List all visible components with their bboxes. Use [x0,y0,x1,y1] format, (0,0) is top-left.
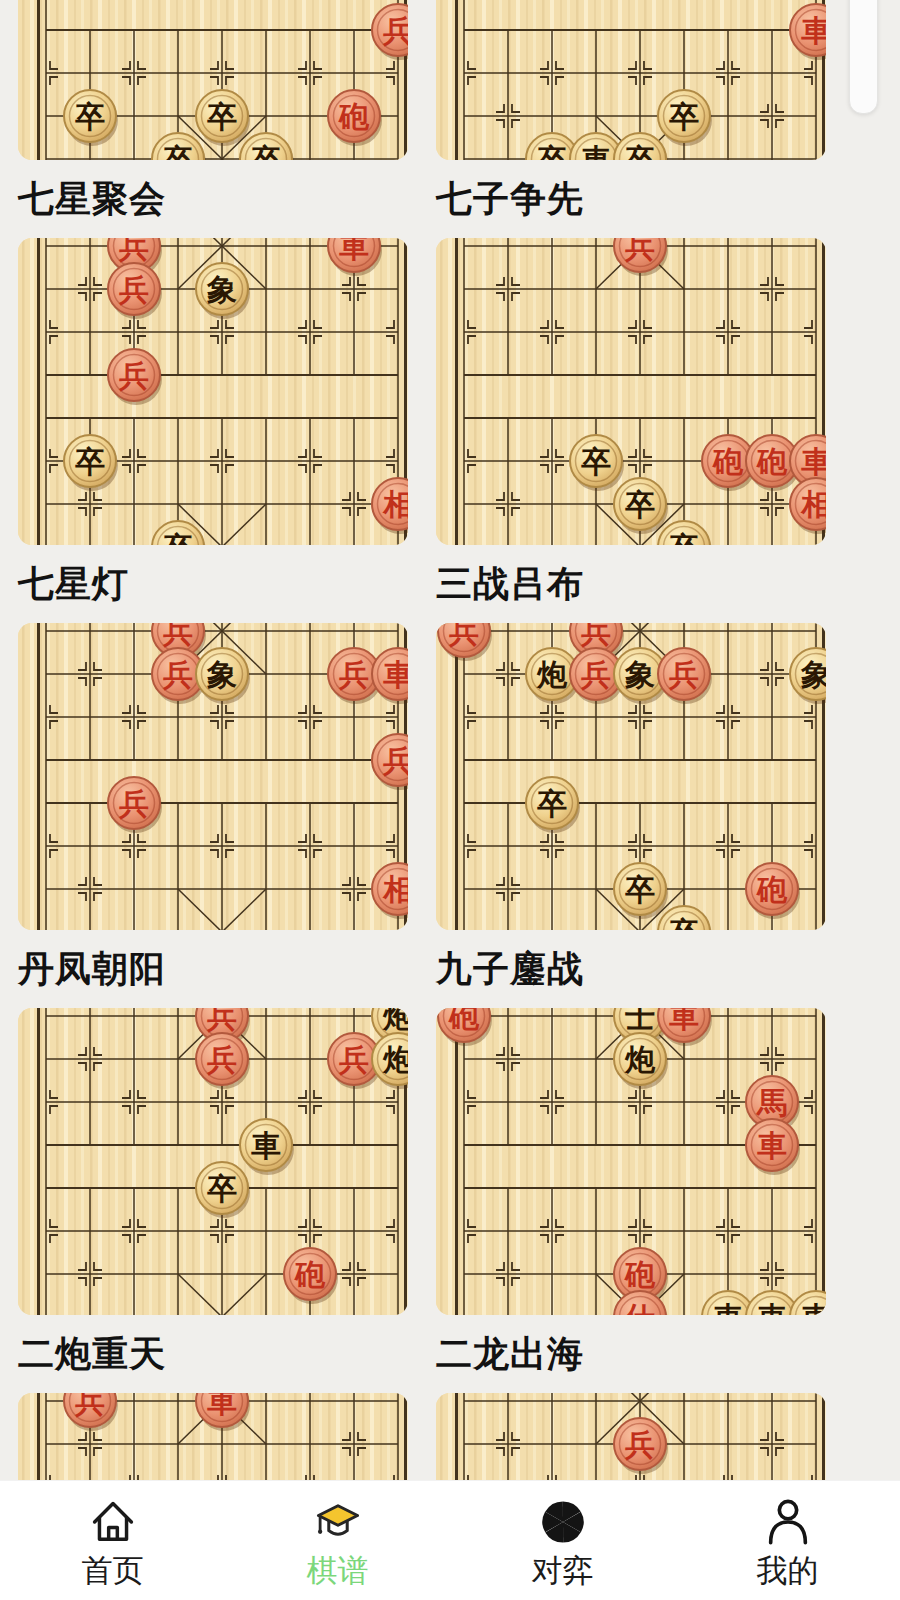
svg-text:卒: 卒 [625,873,655,906]
svg-text:卒: 卒 [581,445,611,478]
svg-text:卒: 卒 [207,1172,237,1205]
svg-text:車: 車 [801,14,826,47]
svg-text:象: 象 [624,658,655,691]
tab-duiyi[interactable]: 对弈 [532,1496,594,1586]
svg-text:相: 相 [382,873,408,906]
puzzle-list-page: 兵卒卒砲卒卒 車卒卒車卒 七星聚会 七子争先 [0,0,900,1600]
svg-text:兵: 兵 [382,14,408,47]
svg-text:砲: 砲 [624,1258,656,1291]
svg-text:兵: 兵 [338,1043,369,1076]
svg-text:兵: 兵 [580,623,611,648]
board-thumbnail-partial-right[interactable]: 兵 [436,1393,826,1481]
svg-text:卒: 卒 [163,531,193,546]
svg-text:兵: 兵 [580,658,611,691]
svg-text:卒: 卒 [537,787,567,820]
tab-mine[interactable]: 我的 [757,1496,819,1586]
board-title: 三战吕布 [436,560,826,609]
svg-text:卒: 卒 [625,488,655,521]
svg-text:兵: 兵 [448,623,479,648]
board-row-5: 兵車 兵 [0,1393,900,1481]
svg-text:馬: 馬 [756,1086,787,1119]
tab-mine-label: 我的 [757,1555,819,1586]
svg-text:砲: 砲 [338,100,370,133]
board-title: 丹凤朝阳 [18,945,408,994]
svg-text:卒: 卒 [207,100,237,133]
svg-text:車: 車 [207,1393,237,1418]
svg-text:砲: 砲 [712,445,744,478]
board-thumbnail-qixing-deng[interactable]: 兵車兵象兵卒相卒 [18,238,408,545]
svg-text:兵: 兵 [338,658,369,691]
svg-text:車: 車 [801,445,826,478]
svg-text:炮: 炮 [382,1043,408,1076]
title-row-3: 丹凤朝阳 九子鏖战 [0,930,900,1008]
svg-text:車: 車 [757,1301,787,1316]
svg-text:卒: 卒 [625,143,655,161]
svg-text:卒: 卒 [75,100,105,133]
svg-text:車: 車 [581,143,611,161]
svg-text:相: 相 [800,488,826,521]
svg-text:兵: 兵 [206,1043,237,1076]
tab-home[interactable]: 首页 [82,1496,144,1586]
svg-text:象: 象 [206,273,237,306]
board-row-1: 兵卒卒砲卒卒 車卒卒車卒 [0,0,900,160]
board-title: 七星聚会 [18,175,408,224]
tab-qipu[interactable]: 棋谱 [307,1496,369,1586]
svg-text:車: 車 [801,1301,826,1316]
board-thumbnail-qizi-zhengxian[interactable]: 車卒卒車卒 [436,0,826,160]
svg-text:兵: 兵 [118,359,149,392]
svg-text:砲: 砲 [756,873,788,906]
svg-text:兵: 兵 [74,1393,105,1418]
svg-text:車: 車 [339,238,369,263]
svg-text:卒: 卒 [75,445,105,478]
svg-text:卒: 卒 [669,916,699,931]
svg-text:卒: 卒 [669,100,699,133]
svg-text:兵: 兵 [162,658,193,691]
scrollbar-thumb[interactable] [849,0,878,114]
board-title: 二龙出海 [436,1330,826,1379]
tab-qipu-label: 棋谱 [307,1555,369,1586]
board-thumbnail-danfeng-chaoyang[interactable]: 兵兵象兵車兵兵相 [18,623,408,930]
board-thumbnail-erpao-chongtian[interactable]: 兵炮兵兵炮車卒砲 [18,1008,408,1315]
svg-text:兵: 兵 [118,273,149,306]
svg-text:砲: 砲 [448,1008,480,1033]
svg-text:卒: 卒 [251,143,281,161]
board-row-3: 兵兵象兵車兵兵相 兵兵炮兵象兵象卒卒砲卒 [0,623,900,930]
svg-text:卒: 卒 [163,143,193,161]
svg-text:兵: 兵 [382,744,408,777]
svg-text:炮: 炮 [536,658,568,691]
svg-text:仕: 仕 [623,1301,655,1316]
svg-text:卒: 卒 [537,143,567,161]
board-title: 七子争先 [436,175,826,224]
svg-text:車: 車 [713,1301,743,1316]
tab-home-label: 首页 [82,1555,144,1586]
home-icon [87,1496,139,1548]
svg-text:兵: 兵 [624,238,655,263]
svg-text:兵: 兵 [206,1008,237,1033]
svg-text:象: 象 [206,658,237,691]
board-row-2: 兵車兵象兵卒相卒 兵卒砲砲車卒相卒 [0,238,900,545]
svg-text:兵: 兵 [624,1428,655,1461]
tab-duiyi-label: 对弈 [532,1555,594,1586]
svg-text:炮: 炮 [624,1043,656,1076]
svg-text:砲: 砲 [756,445,788,478]
svg-text:相: 相 [382,488,408,521]
board-thumbnail-qixing-juhui[interactable]: 兵卒卒砲卒卒 [18,0,408,160]
svg-text:士: 士 [625,1008,655,1033]
svg-text:車: 車 [383,658,408,691]
svg-text:車: 車 [757,1129,787,1162]
graduation-cap-icon [312,1496,364,1548]
svg-text:兵: 兵 [162,623,193,648]
board-thumbnail-erlong-chuhai[interactable]: 砲士車炮馬車砲仕車車車 [436,1008,826,1315]
svg-text:象: 象 [800,658,826,691]
board-title: 二炮重天 [18,1330,408,1379]
svg-text:車: 車 [669,1008,699,1033]
board-title: 七星灯 [18,560,408,609]
title-row-2: 七星灯 三战吕布 [0,545,900,623]
svg-text:車: 車 [251,1129,281,1162]
aperture-icon [537,1496,589,1548]
title-row-1: 七星聚会 七子争先 [0,160,900,238]
svg-text:兵: 兵 [118,787,149,820]
svg-text:炮: 炮 [382,1008,408,1033]
title-row-4: 二炮重天 二龙出海 [0,1315,900,1393]
svg-text:卒: 卒 [669,531,699,546]
bottom-tab-bar: 首页 棋谱 对弈 [0,1480,900,1600]
board-row-4: 兵炮兵兵炮車卒砲 砲士車炮馬車砲仕車車車 [0,1008,900,1315]
board-title: 九子鏖战 [436,945,826,994]
svg-text:兵: 兵 [668,658,699,691]
person-icon [762,1496,814,1548]
svg-text:砲: 砲 [294,1258,326,1291]
board-thumbnail-jiuzi-aozhan[interactable]: 兵兵炮兵象兵象卒卒砲卒 [436,623,826,930]
board-thumbnail-partial-left[interactable]: 兵車 [18,1393,408,1481]
board-thumbnail-sanzhan-lvbu[interactable]: 兵卒砲砲車卒相卒 [436,238,826,545]
svg-text:兵: 兵 [118,238,149,263]
